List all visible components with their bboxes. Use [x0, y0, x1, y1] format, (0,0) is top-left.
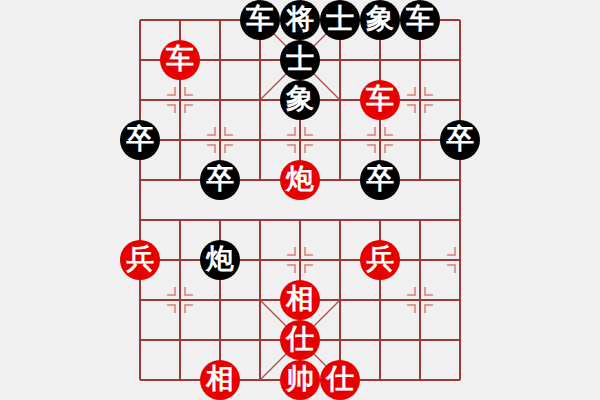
cell-1-1: 车 — [160, 40, 200, 80]
piece-black-pawn[interactable]: 卒 — [120, 120, 160, 160]
cell-5-0: 士 — [320, 0, 360, 40]
piece-black-pawn[interactable]: 卒 — [200, 160, 240, 200]
piece-black-chariot[interactable]: 车 — [240, 0, 280, 40]
piece-red-pawn[interactable]: 兵 — [120, 240, 160, 280]
cell-4-1: 士 — [280, 40, 320, 80]
piece-black-advisor[interactable]: 士 — [280, 40, 320, 80]
cell-4-9: 帅 — [280, 360, 320, 400]
cell-6-2: 车 — [360, 80, 400, 120]
piece-black-pawn[interactable]: 卒 — [360, 160, 400, 200]
piece-black-pawn[interactable]: 卒 — [440, 120, 480, 160]
cell-6-0: 象 — [360, 0, 400, 40]
cell-4-8: 仕 — [280, 320, 320, 360]
cell-0-3: 卒 — [120, 120, 160, 160]
piece-red-chariot[interactable]: 车 — [360, 80, 400, 120]
cell-3-0: 车 — [240, 0, 280, 40]
xiangqi-board[interactable]: 车将士象车车士象车卒卒卒炮卒兵炮兵相仕相帅仕 — [120, 0, 480, 400]
piece-red-advisor[interactable]: 仕 — [280, 320, 320, 360]
cell-6-6: 兵 — [360, 240, 400, 280]
cell-6-4: 卒 — [360, 160, 400, 200]
cell-5-9: 仕 — [320, 360, 360, 400]
piece-red-pawn[interactable]: 兵 — [360, 240, 400, 280]
piece-black-elephant[interactable]: 象 — [280, 80, 320, 120]
cell-0-6: 兵 — [120, 240, 160, 280]
cell-4-0: 将 — [280, 0, 320, 40]
piece-black-advisor[interactable]: 士 — [320, 0, 360, 40]
piece-black-cannon[interactable]: 炮 — [200, 240, 240, 280]
piece-red-elephant[interactable]: 相 — [280, 280, 320, 320]
piece-red-elephant[interactable]: 相 — [200, 360, 240, 400]
piece-black-chariot[interactable]: 车 — [400, 0, 440, 40]
cell-4-4: 炮 — [280, 160, 320, 200]
cell-8-3: 卒 — [440, 120, 480, 160]
xiangqi-board-screenshot: 车将士象车车士象车卒卒卒炮卒兵炮兵相仕相帅仕 — [0, 0, 600, 400]
piece-red-general[interactable]: 帅 — [280, 360, 320, 400]
piece-red-chariot[interactable]: 车 — [160, 40, 200, 80]
cell-7-0: 车 — [400, 0, 440, 40]
piece-black-elephant[interactable]: 象 — [360, 0, 400, 40]
cell-2-9: 相 — [200, 360, 240, 400]
piece-black-general[interactable]: 将 — [280, 0, 320, 40]
cell-2-6: 炮 — [200, 240, 240, 280]
piece-red-cannon[interactable]: 炮 — [280, 160, 320, 200]
cell-4-2: 象 — [280, 80, 320, 120]
cell-2-4: 卒 — [200, 160, 240, 200]
piece-red-advisor[interactable]: 仕 — [320, 360, 360, 400]
cell-4-7: 相 — [280, 280, 320, 320]
